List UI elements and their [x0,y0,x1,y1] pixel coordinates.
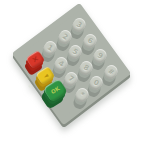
key-cancel-label: ✕ [31,54,41,64]
photo-canvas: ✕ ◄ OK 1 2 3 4 5 6 7 8 9 [0,0,150,150]
key-7: 7 [65,72,77,86]
plate-hole-dot [29,85,32,88]
key-1-label: 1 [46,44,54,52]
key-clear: ◄ [38,69,53,82]
key-5: 5 [69,45,81,59]
key-6: 6 [84,34,96,48]
key-hash: # [105,65,117,79]
key-ok-label: OK [50,86,61,96]
key-2-label: 2 [61,33,69,41]
key-9-label: 9 [96,52,104,60]
key-clear-label: ◄ [42,72,49,80]
key-cancel: ✕ [28,53,43,66]
key-3-label: 3 [75,21,83,29]
key-9: 9 [94,49,106,63]
key-hash-label: # [107,68,116,77]
key-5-label: 5 [71,48,79,56]
key-8-label: 8 [82,64,90,72]
key-8: 8 [80,61,92,75]
key-0-label: 0 [92,79,100,87]
key-4-label: 4 [57,60,65,68]
key-star: * [76,88,88,102]
key-0: 0 [90,76,102,90]
key-ok: OK [46,82,65,99]
key-3: 3 [73,18,85,32]
key-7-label: 7 [67,75,75,83]
key-star-label: * [79,91,86,99]
key-2: 2 [59,30,71,44]
key-1: 1 [44,41,56,55]
key-6-label: 6 [86,37,94,45]
key-4: 4 [55,57,67,71]
